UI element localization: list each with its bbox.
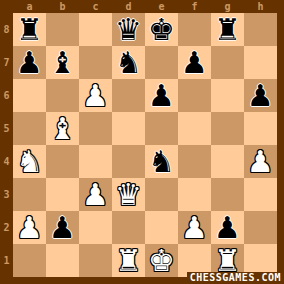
square-h5[interactable] bbox=[244, 112, 277, 145]
rank-label-4: 4 bbox=[0, 145, 13, 178]
square-c6[interactable]: ♟ bbox=[79, 79, 112, 112]
rank-label-5: 5 bbox=[0, 112, 13, 145]
chessgames-watermark: CHESSGAMES.COM bbox=[187, 272, 282, 284]
black-pawn-f7: ♟ bbox=[181, 46, 208, 79]
black-rook-a8: ♜ bbox=[16, 13, 43, 46]
square-h4[interactable]: ♟ bbox=[244, 145, 277, 178]
square-d4[interactable] bbox=[112, 145, 145, 178]
square-b1[interactable] bbox=[46, 244, 79, 277]
file-label-h: h bbox=[244, 0, 277, 13]
black-knight-d7: ♞ bbox=[115, 46, 142, 79]
white-pawn-c3: ♟ bbox=[82, 178, 109, 211]
black-knight-e4: ♞ bbox=[148, 145, 175, 178]
black-bishop-b7: ♝ bbox=[49, 46, 76, 79]
black-pawn-a7: ♟ bbox=[16, 46, 43, 79]
white-knight-a4: ♞ bbox=[16, 145, 43, 178]
square-f8[interactable] bbox=[178, 13, 211, 46]
square-g4[interactable] bbox=[211, 145, 244, 178]
white-pawn-a2: ♟ bbox=[16, 211, 43, 244]
square-f5[interactable] bbox=[178, 112, 211, 145]
square-c3[interactable]: ♟ bbox=[79, 178, 112, 211]
chess-board: ♜♛♚♜♟♝♞♟♟♟♟♝♞♞♟♟♛♟♟♟♟♜♚♜ bbox=[13, 13, 277, 277]
square-d7[interactable]: ♞ bbox=[112, 46, 145, 79]
square-c5[interactable] bbox=[79, 112, 112, 145]
square-g3[interactable] bbox=[211, 178, 244, 211]
white-rook-d1: ♜ bbox=[115, 244, 142, 277]
square-b8[interactable] bbox=[46, 13, 79, 46]
rank-label-6: 6 bbox=[0, 79, 13, 112]
square-f6[interactable] bbox=[178, 79, 211, 112]
square-e3[interactable] bbox=[145, 178, 178, 211]
square-b6[interactable] bbox=[46, 79, 79, 112]
square-f3[interactable] bbox=[178, 178, 211, 211]
square-d2[interactable] bbox=[112, 211, 145, 244]
black-pawn-h6: ♟ bbox=[247, 79, 274, 112]
square-b5[interactable]: ♝ bbox=[46, 112, 79, 145]
rank-label-2: 2 bbox=[0, 211, 13, 244]
square-d8[interactable]: ♛ bbox=[112, 13, 145, 46]
square-b2[interactable]: ♟ bbox=[46, 211, 79, 244]
square-a7[interactable]: ♟ bbox=[13, 46, 46, 79]
white-pawn-f2: ♟ bbox=[181, 211, 208, 244]
square-a2[interactable]: ♟ bbox=[13, 211, 46, 244]
square-e5[interactable] bbox=[145, 112, 178, 145]
black-king-e8: ♚ bbox=[148, 13, 175, 46]
black-pawn-b2: ♟ bbox=[49, 211, 76, 244]
square-b4[interactable] bbox=[46, 145, 79, 178]
square-e2[interactable] bbox=[145, 211, 178, 244]
square-c7[interactable] bbox=[79, 46, 112, 79]
square-h8[interactable] bbox=[244, 13, 277, 46]
square-a5[interactable] bbox=[13, 112, 46, 145]
file-label-b: b bbox=[46, 0, 79, 13]
white-king-e1: ♚ bbox=[148, 244, 175, 277]
rank-label-7: 7 bbox=[0, 46, 13, 79]
white-queen-d3: ♛ bbox=[115, 178, 142, 211]
square-g6[interactable] bbox=[211, 79, 244, 112]
square-d5[interactable] bbox=[112, 112, 145, 145]
square-a3[interactable] bbox=[13, 178, 46, 211]
square-e8[interactable]: ♚ bbox=[145, 13, 178, 46]
square-d3[interactable]: ♛ bbox=[112, 178, 145, 211]
black-rook-g8: ♜ bbox=[214, 13, 241, 46]
square-e1[interactable]: ♚ bbox=[145, 244, 178, 277]
square-g5[interactable] bbox=[211, 112, 244, 145]
square-h3[interactable] bbox=[244, 178, 277, 211]
square-c1[interactable] bbox=[79, 244, 112, 277]
square-d6[interactable] bbox=[112, 79, 145, 112]
square-e4[interactable]: ♞ bbox=[145, 145, 178, 178]
black-queen-d8: ♛ bbox=[115, 13, 142, 46]
square-f4[interactable] bbox=[178, 145, 211, 178]
square-f2[interactable]: ♟ bbox=[178, 211, 211, 244]
square-b7[interactable]: ♝ bbox=[46, 46, 79, 79]
square-a4[interactable]: ♞ bbox=[13, 145, 46, 178]
square-b3[interactable] bbox=[46, 178, 79, 211]
square-f7[interactable]: ♟ bbox=[178, 46, 211, 79]
square-h7[interactable] bbox=[244, 46, 277, 79]
rank-label-3: 3 bbox=[0, 178, 13, 211]
chess-board-diagram: a b c d e f g h 8 7 6 5 4 3 2 1 ♜♛♚♜♟♝♞♟… bbox=[0, 0, 284, 284]
rank-label-1: 1 bbox=[0, 244, 13, 277]
file-label-c: c bbox=[79, 0, 112, 13]
rank-labels: 8 7 6 5 4 3 2 1 bbox=[0, 13, 13, 277]
white-pawn-h4: ♟ bbox=[247, 145, 274, 178]
square-e7[interactable] bbox=[145, 46, 178, 79]
square-h6[interactable]: ♟ bbox=[244, 79, 277, 112]
square-c4[interactable] bbox=[79, 145, 112, 178]
square-g7[interactable] bbox=[211, 46, 244, 79]
square-g2[interactable]: ♟ bbox=[211, 211, 244, 244]
square-a6[interactable] bbox=[13, 79, 46, 112]
square-c2[interactable] bbox=[79, 211, 112, 244]
square-h2[interactable] bbox=[244, 211, 277, 244]
square-e6[interactable]: ♟ bbox=[145, 79, 178, 112]
square-a1[interactable] bbox=[13, 244, 46, 277]
white-bishop-b5: ♝ bbox=[49, 112, 76, 145]
file-label-f: f bbox=[178, 0, 211, 13]
square-g8[interactable]: ♜ bbox=[211, 13, 244, 46]
square-a8[interactable]: ♜ bbox=[13, 13, 46, 46]
square-c8[interactable] bbox=[79, 13, 112, 46]
square-d1[interactable]: ♜ bbox=[112, 244, 145, 277]
black-pawn-e6: ♟ bbox=[148, 79, 175, 112]
white-pawn-c6: ♟ bbox=[82, 79, 109, 112]
rank-label-8: 8 bbox=[0, 13, 13, 46]
black-pawn-g2: ♟ bbox=[214, 211, 241, 244]
